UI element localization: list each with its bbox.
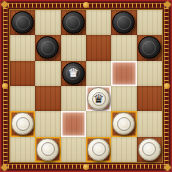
square-r4c2[interactable]	[35, 86, 60, 111]
square-r6c1	[10, 137, 35, 162]
black-man-piece[interactable]	[62, 11, 85, 34]
square-r3c3[interactable]: ♛	[61, 61, 86, 86]
square-r5c3[interactable]	[61, 111, 86, 136]
frame-medallion-icon	[164, 83, 170, 89]
square-r3c5[interactable]	[111, 61, 136, 86]
square-r3c2	[35, 61, 60, 86]
square-r1c1[interactable]	[10, 10, 35, 35]
white-man-piece[interactable]	[112, 112, 135, 135]
square-r3c6	[137, 61, 162, 86]
square-r1c6	[137, 10, 162, 35]
square-r2c6[interactable]	[137, 35, 162, 60]
square-r4c4[interactable]: ♛	[86, 86, 111, 111]
black-man-piece[interactable]	[138, 36, 161, 59]
square-r5c4	[86, 111, 111, 136]
square-r4c6[interactable]	[137, 86, 162, 111]
frame-medallion-icon	[83, 164, 89, 170]
square-r4c3	[61, 86, 86, 111]
square-r5c1[interactable]	[10, 111, 35, 136]
square-r4c1	[10, 86, 35, 111]
square-r6c2[interactable]	[35, 137, 60, 162]
white-king-piece[interactable]: ♛	[87, 87, 110, 110]
square-r6c5	[111, 137, 136, 162]
frame-corner-ornament-icon	[164, 164, 171, 171]
square-r2c2[interactable]	[35, 35, 60, 60]
black-man-piece[interactable]	[11, 11, 34, 34]
square-r5c6	[137, 111, 162, 136]
square-r2c4[interactable]	[86, 35, 111, 60]
square-r2c1	[10, 35, 35, 60]
white-man-piece[interactable]	[138, 138, 161, 161]
square-r6c6[interactable]	[137, 137, 162, 162]
square-r1c2	[35, 10, 60, 35]
king-crown-icon: ♛	[68, 67, 79, 79]
black-man-piece[interactable]	[112, 11, 135, 34]
square-r1c3[interactable]	[61, 10, 86, 35]
square-r5c5[interactable]	[111, 111, 136, 136]
black-man-piece[interactable]	[36, 36, 59, 59]
white-man-piece[interactable]	[87, 138, 110, 161]
checkers-game-window: ♛♛	[0, 0, 172, 172]
frame-medallion-icon	[83, 2, 89, 8]
square-r1c4	[86, 10, 111, 35]
square-r3c1[interactable]	[10, 61, 35, 86]
king-crown-icon: ♛	[93, 93, 104, 105]
square-r3c4	[86, 61, 111, 86]
white-man-piece[interactable]	[36, 138, 59, 161]
white-man-piece[interactable]	[11, 112, 34, 135]
frame-medallion-icon	[2, 83, 8, 89]
square-r4c5	[111, 86, 136, 111]
square-r5c2	[35, 111, 60, 136]
checkers-board: ♛♛	[10, 10, 162, 162]
black-king-piece[interactable]: ♛	[62, 62, 85, 85]
square-r2c3	[61, 35, 86, 60]
square-r1c5[interactable]	[111, 10, 136, 35]
square-r2c5	[111, 35, 136, 60]
square-r6c3	[61, 137, 86, 162]
square-r6c4[interactable]	[86, 137, 111, 162]
